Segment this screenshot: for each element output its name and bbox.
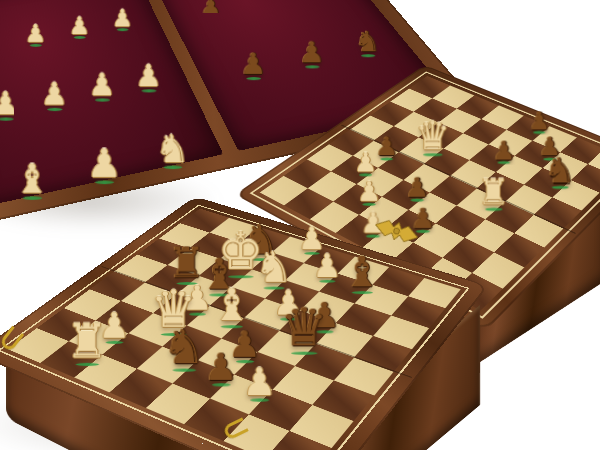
piece-wP[interactable]: ♟ bbox=[354, 149, 377, 175]
piece-bB[interactable]: ♝ bbox=[343, 251, 381, 293]
stored-piece-wP: ♟ bbox=[25, 22, 46, 46]
piece-bP[interactable]: ♟ bbox=[529, 108, 551, 133]
stored-piece-bP: ♟ bbox=[281, 0, 301, 3]
stored-piece-wP: ♟ bbox=[41, 80, 68, 110]
stored-piece-wN: ♞ bbox=[155, 129, 190, 168]
piece-wP[interactable]: ♟ bbox=[242, 363, 276, 401]
stored-piece-bP: ♟ bbox=[241, 0, 261, 11]
piece-wB[interactable]: ♝ bbox=[211, 283, 251, 328]
piece-bP[interactable]: ♟ bbox=[375, 134, 398, 159]
stored-piece-wP: ♟ bbox=[112, 7, 133, 30]
stored-piece-wP: ♟ bbox=[86, 143, 121, 182]
stored-piece-wP: ♟ bbox=[136, 62, 163, 92]
piece-bP[interactable]: ♟ bbox=[204, 348, 237, 385]
piece-wP[interactable]: ♟ bbox=[357, 178, 381, 205]
stored-piece-wP: ♟ bbox=[0, 30, 1, 54]
stored-piece-wB: ♝ bbox=[15, 158, 51, 198]
stored-piece-bP: ♟ bbox=[241, 50, 267, 79]
product-photo-stage: Wooden folding magnetic chess set: open … bbox=[0, 0, 600, 450]
piece-bQ[interactable]: ♛ bbox=[280, 301, 327, 354]
piece-wR[interactable]: ♜ bbox=[66, 318, 108, 365]
stored-piece-wP: ♟ bbox=[0, 89, 19, 120]
stored-piece-bN: ♞ bbox=[355, 28, 380, 56]
piece-bP[interactable]: ♟ bbox=[405, 174, 429, 201]
piece-bN[interactable]: ♞ bbox=[544, 153, 575, 188]
piece-bP[interactable]: ♟ bbox=[493, 138, 516, 164]
stored-piece-wP: ♟ bbox=[89, 71, 116, 101]
piece-wP[interactable]: ♟ bbox=[312, 250, 341, 282]
piece-bN[interactable]: ♞ bbox=[163, 324, 205, 371]
square-closed_box-r0c2[interactable] bbox=[307, 144, 353, 171]
piece-wR[interactable]: ♜ bbox=[477, 174, 509, 209]
stored-piece-bP: ♟ bbox=[200, 0, 221, 18]
piece-wQ[interactable]: ♛ bbox=[415, 116, 450, 155]
stored-piece-wP: ♟ bbox=[69, 14, 90, 38]
stored-piece-bP: ♟ bbox=[299, 39, 325, 68]
